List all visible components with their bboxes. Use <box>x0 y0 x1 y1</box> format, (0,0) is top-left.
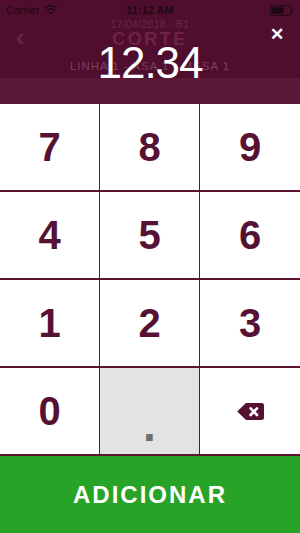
key-4[interactable]: 4 <box>0 192 100 280</box>
key-0[interactable]: 0 <box>0 368 100 456</box>
add-button[interactable]: ADICIONAR <box>0 456 300 533</box>
carrier-label: Carrier <box>6 4 40 16</box>
backspace-icon <box>236 402 265 421</box>
add-button-label: ADICIONAR <box>73 481 227 509</box>
battery-icon <box>270 5 294 16</box>
status-bar: Carrier 11:12 AM <box>0 0 300 20</box>
key-9[interactable]: 9 <box>200 104 300 192</box>
key-5[interactable]: 5 <box>100 192 200 280</box>
key-1[interactable]: 1 <box>0 280 100 368</box>
wifi-icon <box>44 5 58 16</box>
key-decimal[interactable]: . <box>100 368 200 456</box>
key-3[interactable]: 3 <box>200 280 300 368</box>
numeric-keypad: 7 8 9 4 5 6 1 2 3 0 . <box>0 103 300 456</box>
status-right <box>270 5 294 16</box>
close-icon[interactable]: ✕ <box>265 23 289 45</box>
key-2[interactable]: 2 <box>100 280 200 368</box>
key-backspace[interactable] <box>200 368 300 456</box>
status-left: Carrier <box>6 4 58 16</box>
key-8[interactable]: 8 <box>100 104 200 192</box>
key-7[interactable]: 7 <box>0 104 100 192</box>
key-6[interactable]: 6 <box>200 192 300 280</box>
numpad-modal: Carrier 11:12 AM 17/04/2018 - B1 CORTE L… <box>0 0 300 533</box>
entered-value: 12.34 <box>0 41 300 85</box>
